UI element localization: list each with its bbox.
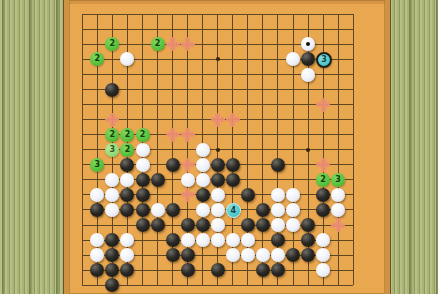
black-stone bbox=[271, 158, 285, 172]
orange-cross-marker bbox=[181, 128, 195, 142]
white-stone bbox=[136, 158, 150, 172]
black-stone bbox=[151, 218, 165, 232]
white-stone bbox=[196, 173, 210, 187]
white-stone bbox=[271, 188, 285, 202]
orange-cross-marker bbox=[105, 113, 119, 127]
black-stone bbox=[196, 218, 210, 232]
black-stone bbox=[90, 203, 104, 217]
black-stone bbox=[105, 278, 119, 292]
orange-cross-marker bbox=[316, 98, 330, 112]
black-stone bbox=[151, 173, 165, 187]
go-game-screen: 2222222323334 bbox=[0, 0, 438, 294]
tatami-seam bbox=[56, 0, 59, 294]
orange-cross-marker bbox=[166, 128, 180, 142]
black-stone bbox=[105, 233, 119, 247]
white-stone bbox=[241, 233, 255, 247]
orange-cross-marker bbox=[226, 113, 240, 127]
grid-vertical-line bbox=[338, 14, 339, 285]
white-stone bbox=[286, 203, 300, 217]
orange-cross-marker bbox=[181, 188, 195, 202]
black-stone bbox=[136, 188, 150, 202]
black-stone bbox=[166, 203, 180, 217]
white-stone bbox=[316, 248, 330, 262]
black-stone bbox=[226, 173, 240, 187]
black-stone bbox=[196, 188, 210, 202]
white-stone bbox=[211, 218, 225, 232]
white-stone bbox=[105, 173, 119, 187]
white-stone bbox=[271, 203, 285, 217]
white-stone bbox=[316, 233, 330, 247]
white-stone bbox=[211, 203, 225, 217]
black-stone bbox=[256, 263, 270, 277]
black-stone bbox=[316, 203, 330, 217]
black-stone bbox=[120, 203, 134, 217]
green-number-marker: 2 bbox=[151, 37, 165, 51]
tatami-seam bbox=[2, 0, 5, 294]
black-stone bbox=[226, 158, 240, 172]
green-number-marker: 3 bbox=[331, 173, 345, 187]
white-stone bbox=[120, 233, 134, 247]
grid-vertical-line bbox=[353, 14, 354, 285]
black-stone bbox=[301, 218, 315, 232]
white-stone bbox=[181, 233, 195, 247]
white-stone bbox=[120, 52, 134, 66]
orange-cross-marker bbox=[181, 37, 195, 51]
black-stone bbox=[301, 52, 315, 66]
black-stone bbox=[181, 263, 195, 277]
white-stone bbox=[181, 173, 195, 187]
star-point bbox=[216, 57, 220, 61]
orange-cross-marker bbox=[181, 158, 195, 172]
white-stone bbox=[211, 188, 225, 202]
black-stone bbox=[90, 263, 104, 277]
grid-vertical-line bbox=[262, 14, 263, 285]
white-stone bbox=[256, 248, 270, 262]
black-stone bbox=[120, 158, 134, 172]
tatami-seam bbox=[409, 0, 412, 294]
green-number-marker: 2 bbox=[120, 143, 134, 157]
green-number-marker: 2 bbox=[105, 128, 119, 142]
green-number-marker: 2 bbox=[120, 128, 134, 142]
black-stone bbox=[301, 233, 315, 247]
black-stone bbox=[166, 158, 180, 172]
black-stone bbox=[211, 263, 225, 277]
white-stone bbox=[226, 248, 240, 262]
green-number-marker: 2 bbox=[136, 128, 150, 142]
white-stone bbox=[105, 203, 119, 217]
white-stone bbox=[316, 263, 330, 277]
white-stone bbox=[271, 248, 285, 262]
black-stone bbox=[241, 188, 255, 202]
white-stone bbox=[90, 248, 104, 262]
black-stone bbox=[211, 173, 225, 187]
white-stone bbox=[196, 233, 210, 247]
white-stone bbox=[286, 52, 300, 66]
black-stone bbox=[256, 218, 270, 232]
white-stone bbox=[151, 203, 165, 217]
white-stone bbox=[196, 158, 210, 172]
white-stone bbox=[331, 188, 345, 202]
white-stone bbox=[196, 203, 210, 217]
green-number-marker: 2 bbox=[316, 173, 330, 187]
black-stone bbox=[120, 188, 134, 202]
green-number-marker: 3 bbox=[90, 158, 104, 172]
white-stone bbox=[120, 173, 134, 187]
black-stone bbox=[105, 263, 119, 277]
white-stone bbox=[301, 68, 315, 82]
white-stone bbox=[120, 248, 134, 262]
board-grid[interactable]: 2222222323334 bbox=[69, 0, 385, 294]
star-point bbox=[306, 148, 310, 152]
black-stone bbox=[286, 248, 300, 262]
white-stone bbox=[271, 218, 285, 232]
white-stone bbox=[286, 188, 300, 202]
white-stone bbox=[90, 233, 104, 247]
black-stone bbox=[105, 83, 119, 97]
orange-cross-marker bbox=[211, 113, 225, 127]
white-stone bbox=[241, 248, 255, 262]
black-stone bbox=[136, 203, 150, 217]
black-stone bbox=[136, 218, 150, 232]
black-stone bbox=[316, 188, 330, 202]
tatami-seam bbox=[29, 0, 32, 294]
black-stone bbox=[181, 218, 195, 232]
white-stone bbox=[136, 143, 150, 157]
black-stone bbox=[181, 248, 195, 262]
orange-cross-marker bbox=[166, 37, 180, 51]
white-stone bbox=[286, 218, 300, 232]
black-stone bbox=[166, 233, 180, 247]
white-stone bbox=[196, 143, 210, 157]
black-stone bbox=[136, 173, 150, 187]
black-stone bbox=[166, 248, 180, 262]
teal-number-marker: 4 bbox=[226, 203, 241, 218]
white-stone bbox=[211, 233, 225, 247]
white-stone bbox=[226, 233, 240, 247]
white-stone bbox=[90, 188, 104, 202]
black-stone bbox=[301, 248, 315, 262]
teal-number-marker: 3 bbox=[316, 52, 332, 68]
go-board[interactable]: 2222222323334 bbox=[64, 0, 390, 294]
white-stone bbox=[331, 203, 345, 217]
black-stone bbox=[271, 263, 285, 277]
black-stone bbox=[211, 158, 225, 172]
black-stone bbox=[120, 263, 134, 277]
green-number-marker: 2 bbox=[90, 52, 104, 66]
orange-cross-marker bbox=[316, 158, 330, 172]
light-green-number-marker: 3 bbox=[105, 143, 119, 157]
green-number-marker: 2 bbox=[105, 37, 119, 51]
white-stone bbox=[105, 188, 119, 202]
grid-horizontal-line bbox=[82, 285, 353, 286]
black-stone bbox=[241, 218, 255, 232]
orange-cross-marker bbox=[331, 218, 345, 232]
black-stone bbox=[271, 233, 285, 247]
black-stone bbox=[256, 203, 270, 217]
black-stone bbox=[105, 248, 119, 262]
star-point bbox=[216, 148, 220, 152]
